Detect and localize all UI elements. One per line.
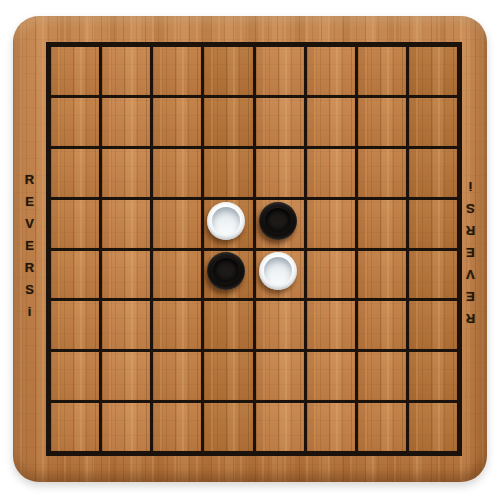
cell-b2[interactable]: [102, 98, 150, 146]
board-grid: [46, 42, 462, 456]
cell-b6[interactable]: [102, 301, 150, 349]
cell-d2[interactable]: [204, 98, 252, 146]
cell-a4[interactable]: [51, 200, 99, 248]
cell-a1[interactable]: [51, 47, 99, 95]
cell-h1[interactable]: [409, 47, 457, 95]
cell-h8[interactable]: [409, 403, 457, 451]
cell-b8[interactable]: [102, 403, 150, 451]
cell-g4[interactable]: [358, 200, 406, 248]
cell-g1[interactable]: [358, 47, 406, 95]
cell-g5[interactable]: [358, 251, 406, 299]
cell-d4[interactable]: [204, 200, 252, 248]
white-disc-d4[interactable]: [207, 202, 245, 240]
cell-f4[interactable]: [307, 200, 355, 248]
cell-a5[interactable]: [51, 251, 99, 299]
cell-f3[interactable]: [307, 149, 355, 197]
cell-f2[interactable]: [307, 98, 355, 146]
cell-h7[interactable]: [409, 352, 457, 400]
cell-e8[interactable]: [256, 403, 304, 451]
cell-b1[interactable]: [102, 47, 150, 95]
cell-c8[interactable]: [153, 403, 201, 451]
cell-e5[interactable]: [256, 251, 304, 299]
cell-e4[interactable]: [256, 200, 304, 248]
cell-h5[interactable]: [409, 251, 457, 299]
cell-c6[interactable]: [153, 301, 201, 349]
cell-d5[interactable]: [204, 251, 252, 299]
cell-a6[interactable]: [51, 301, 99, 349]
cell-f1[interactable]: [307, 47, 355, 95]
cell-c5[interactable]: [153, 251, 201, 299]
cell-e6[interactable]: [256, 301, 304, 349]
cell-d8[interactable]: [204, 403, 252, 451]
cell-b3[interactable]: [102, 149, 150, 197]
cell-g7[interactable]: [358, 352, 406, 400]
cell-h3[interactable]: [409, 149, 457, 197]
cell-d7[interactable]: [204, 352, 252, 400]
reversi-wordmark-right: REVERSi: [463, 172, 478, 326]
cell-c3[interactable]: [153, 149, 201, 197]
cell-c2[interactable]: [153, 98, 201, 146]
cell-d1[interactable]: [204, 47, 252, 95]
cell-a7[interactable]: [51, 352, 99, 400]
cell-c1[interactable]: [153, 47, 201, 95]
reversi-board: REVERSi REVERSi: [13, 16, 487, 482]
cell-e2[interactable]: [256, 98, 304, 146]
cell-b5[interactable]: [102, 251, 150, 299]
cell-g6[interactable]: [358, 301, 406, 349]
cell-a3[interactable]: [51, 149, 99, 197]
cell-d3[interactable]: [204, 149, 252, 197]
cell-a8[interactable]: [51, 403, 99, 451]
cell-e7[interactable]: [256, 352, 304, 400]
white-disc-e5[interactable]: [259, 252, 297, 290]
page: REVERSi REVERSi: [0, 0, 500, 500]
cell-f7[interactable]: [307, 352, 355, 400]
cell-h4[interactable]: [409, 200, 457, 248]
cell-h6[interactable]: [409, 301, 457, 349]
cell-g8[interactable]: [358, 403, 406, 451]
cell-g3[interactable]: [358, 149, 406, 197]
cell-c4[interactable]: [153, 200, 201, 248]
black-disc-e4[interactable]: [259, 202, 297, 240]
cell-e1[interactable]: [256, 47, 304, 95]
cell-f6[interactable]: [307, 301, 355, 349]
cell-d6[interactable]: [204, 301, 252, 349]
cell-h2[interactable]: [409, 98, 457, 146]
cell-b4[interactable]: [102, 200, 150, 248]
black-disc-d5[interactable]: [207, 252, 245, 290]
reversi-wordmark-left: REVERSi: [22, 172, 37, 326]
cell-f8[interactable]: [307, 403, 355, 451]
cell-b7[interactable]: [102, 352, 150, 400]
cell-f5[interactable]: [307, 251, 355, 299]
cell-a2[interactable]: [51, 98, 99, 146]
cell-c7[interactable]: [153, 352, 201, 400]
cell-g2[interactable]: [358, 98, 406, 146]
cell-e3[interactable]: [256, 149, 304, 197]
